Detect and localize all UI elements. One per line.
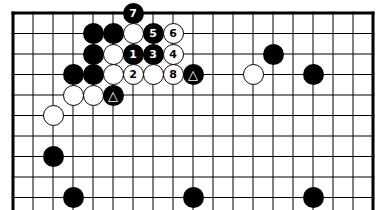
go-stone-black [83, 44, 104, 65]
stone-move-number: 8 [169, 69, 177, 80]
stone-move-number: 7 [129, 8, 137, 19]
stone-move-number: 3 [149, 49, 157, 60]
go-stone-black [83, 23, 104, 44]
go-stone-black [303, 187, 324, 208]
stone-move-number: 2 [129, 69, 137, 80]
go-stone-black-move-7: 7 [123, 3, 144, 24]
go-stone-black-marked: △ [183, 64, 204, 85]
go-stone-black [83, 64, 104, 85]
go-stone-white [143, 64, 164, 85]
go-board-diagram: 75613428△△ [0, 0, 390, 210]
go-stone-white-move-6: 6 [163, 23, 184, 44]
triangle-mark-icon: △ [188, 68, 198, 81]
go-stone-black-move-1: 1 [123, 44, 144, 65]
go-stone-black [263, 44, 284, 65]
stone-move-number: 6 [169, 28, 177, 39]
go-stone-black [183, 187, 204, 208]
go-stone-black-move-3: 3 [143, 44, 164, 65]
triangle-mark-icon: △ [108, 89, 118, 102]
go-stone-white-move-8: 8 [163, 64, 184, 85]
go-grid-lines [0, 0, 390, 210]
go-stone-white [83, 85, 104, 106]
stone-move-number: 1 [129, 49, 137, 60]
go-stone-white-move-2: 2 [123, 64, 144, 85]
go-stone-black-marked: △ [103, 85, 124, 106]
go-stone-white-move-4: 4 [163, 44, 184, 65]
go-stone-white [103, 64, 124, 85]
stone-move-number: 5 [149, 28, 157, 39]
go-stone-black [103, 23, 124, 44]
go-stone-white [63, 85, 84, 106]
go-stone-black [43, 146, 64, 167]
go-stone-white [243, 64, 264, 85]
go-stone-white [103, 44, 124, 65]
go-stone-white [43, 105, 64, 126]
go-stone-black [63, 187, 84, 208]
go-stone-black [303, 64, 324, 85]
go-stone-white [123, 23, 144, 44]
go-stone-black [63, 64, 84, 85]
go-stone-black-move-5: 5 [143, 23, 164, 44]
stone-move-number: 4 [169, 49, 177, 60]
